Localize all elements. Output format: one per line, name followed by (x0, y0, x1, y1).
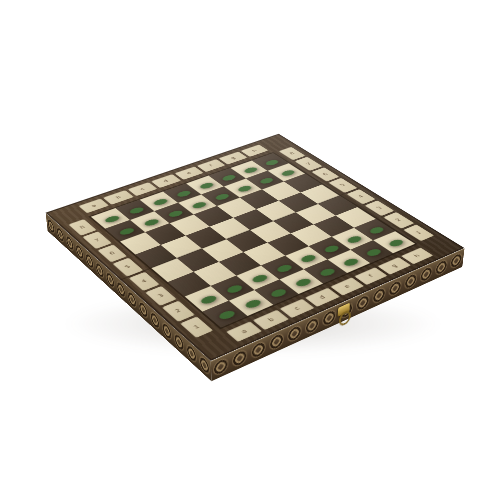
product-photo-scene: abcdefgh abcdefgh 87654321 87654321 ♜♞♝♛… (0, 0, 500, 500)
black-pawn-icon: ♟ (113, 197, 149, 235)
white-rook-icon: ♜ (209, 271, 255, 320)
